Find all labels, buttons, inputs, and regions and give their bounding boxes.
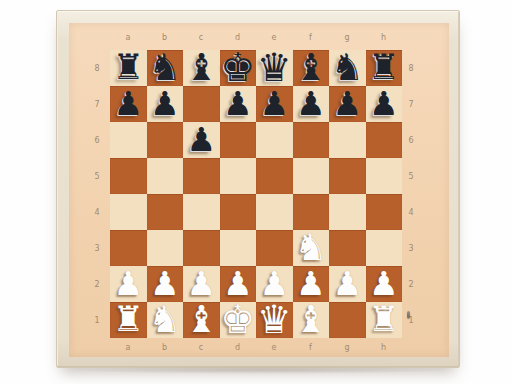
file-label-g: g: [329, 33, 366, 43]
file-label-b: b: [147, 343, 184, 353]
rank-label-7: 7: [91, 86, 103, 122]
black-rook-a8[interactable]: ♜: [113, 50, 144, 85]
square-a8[interactable]: ♜: [110, 50, 147, 86]
square-g5[interactable]: [329, 158, 366, 194]
square-a3[interactable]: [110, 230, 147, 266]
white-bishop-c1[interactable]: ♝: [185, 301, 218, 338]
square-g8[interactable]: ♞: [329, 50, 366, 86]
square-h1[interactable]: ♜: [366, 302, 403, 338]
square-d5[interactable]: [220, 158, 257, 194]
rank-label-6: 6: [91, 122, 103, 158]
rank-label-3: 3: [405, 230, 417, 266]
rank-label-5: 5: [91, 158, 103, 194]
square-f8[interactable]: ♝: [293, 50, 330, 86]
rank-labels-right: 87654321: [405, 50, 417, 338]
file-label-g: g: [329, 343, 366, 353]
black-pawn-f7[interactable]: ♟: [296, 87, 326, 120]
black-pawn-e7[interactable]: ♟: [259, 87, 289, 120]
square-e6[interactable]: [256, 122, 293, 158]
square-g3[interactable]: [329, 230, 366, 266]
white-knight-f3[interactable]: ♞: [294, 229, 327, 266]
square-a6[interactable]: [110, 122, 147, 158]
black-rook-h8[interactable]: ♜: [368, 50, 399, 85]
black-knight-g8[interactable]: ♞: [331, 49, 364, 86]
square-h3[interactable]: [366, 230, 403, 266]
white-pawn-f2[interactable]: ♟: [296, 267, 326, 300]
square-c7[interactable]: [183, 86, 220, 122]
rank-label-1: 1: [405, 302, 417, 338]
black-pawn-c6[interactable]: ♟: [186, 123, 216, 156]
white-king-d1[interactable]: ♚: [220, 300, 255, 339]
file-label-b: b: [147, 33, 184, 43]
square-f1[interactable]: ♝: [293, 302, 330, 338]
square-d3[interactable]: [220, 230, 257, 266]
rank-label-3: 3: [91, 230, 103, 266]
square-c5[interactable]: [183, 158, 220, 194]
square-a4[interactable]: [110, 194, 147, 230]
square-e3[interactable]: [256, 230, 293, 266]
rank-labels-left: 87654321: [91, 50, 103, 338]
square-g4[interactable]: [329, 194, 366, 230]
square-b5[interactable]: [147, 158, 184, 194]
black-knight-b8[interactable]: ♞: [148, 49, 181, 86]
white-rook-h1[interactable]: ♜: [368, 302, 399, 337]
file-label-d: d: [220, 33, 257, 43]
square-f5[interactable]: [293, 158, 330, 194]
board-mat: abcdefgh abcdefgh 87654321 87654321 ♜♞♝♚…: [69, 23, 449, 357]
file-label-e: e: [256, 33, 293, 43]
white-knight-b1[interactable]: ♞: [148, 301, 181, 338]
black-bishop-c8[interactable]: ♝: [185, 49, 218, 86]
square-c8[interactable]: ♝: [183, 50, 220, 86]
rank-label-5: 5: [405, 158, 417, 194]
square-d1[interactable]: ♚: [220, 302, 257, 338]
square-f3[interactable]: ♞: [293, 230, 330, 266]
square-f6[interactable]: [293, 122, 330, 158]
chess-board: ♜♞♝♚♛♝♞♜♟♟♟♟♟♟♟♟♞♟♟♟♟♟♟♟♟♜♞♝♚♛♝♜: [110, 50, 402, 338]
square-e5[interactable]: [256, 158, 293, 194]
square-c6[interactable]: ♟: [183, 122, 220, 158]
square-b3[interactable]: [147, 230, 184, 266]
square-a2[interactable]: ♟: [110, 266, 147, 302]
square-d7[interactable]: ♟: [220, 86, 257, 122]
square-a7[interactable]: ♟: [110, 86, 147, 122]
square-e7[interactable]: ♟: [256, 86, 293, 122]
white-pawn-a2[interactable]: ♟: [113, 267, 143, 300]
file-label-f: f: [293, 33, 330, 43]
drop-shadow: [70, 366, 450, 374]
square-e8[interactable]: ♛: [256, 50, 293, 86]
rank-label-4: 4: [405, 194, 417, 230]
rank-label-8: 8: [91, 50, 103, 86]
black-pawn-g7[interactable]: ♟: [332, 87, 362, 120]
square-b8[interactable]: ♞: [147, 50, 184, 86]
rank-label-6: 6: [405, 122, 417, 158]
square-c1[interactable]: ♝: [183, 302, 220, 338]
file-label-h: h: [366, 33, 403, 43]
file-label-c: c: [183, 343, 220, 353]
white-pawn-b2[interactable]: ♟: [150, 267, 180, 300]
black-pawn-a7[interactable]: ♟: [113, 87, 143, 120]
board-photo: abcdefgh abcdefgh 87654321 87654321 ♜♞♝♚…: [0, 0, 512, 384]
mounting-screw: [407, 311, 410, 318]
square-h2[interactable]: ♟: [366, 266, 403, 302]
white-pawn-d2[interactable]: ♟: [223, 267, 253, 300]
square-h5[interactable]: [366, 158, 403, 194]
white-bishop-f1[interactable]: ♝: [294, 301, 327, 338]
white-pawn-h2[interactable]: ♟: [369, 267, 399, 300]
file-label-c: c: [183, 33, 220, 43]
rank-label-4: 4: [91, 194, 103, 230]
square-e1[interactable]: ♛: [256, 302, 293, 338]
file-label-a: a: [110, 343, 147, 353]
square-d8[interactable]: ♚: [220, 50, 257, 86]
file-labels-bottom: abcdefgh: [110, 343, 402, 353]
square-h4[interactable]: [366, 194, 403, 230]
file-label-d: d: [220, 343, 257, 353]
square-g7[interactable]: ♟: [329, 86, 366, 122]
square-b4[interactable]: [147, 194, 184, 230]
square-a1[interactable]: ♜: [110, 302, 147, 338]
black-king-d8[interactable]: ♚: [220, 48, 255, 87]
black-pawn-b7[interactable]: ♟: [150, 87, 180, 120]
rank-label-7: 7: [405, 86, 417, 122]
board-frame: abcdefgh abcdefgh 87654321 87654321 ♜♞♝♚…: [56, 10, 460, 368]
file-label-f: f: [293, 343, 330, 353]
square-c4[interactable]: [183, 194, 220, 230]
square-d4[interactable]: [220, 194, 257, 230]
square-b7[interactable]: ♟: [147, 86, 184, 122]
square-e4[interactable]: [256, 194, 293, 230]
black-queen-e8[interactable]: ♛: [257, 48, 292, 87]
rank-label-8: 8: [405, 50, 417, 86]
white-queen-e1[interactable]: ♛: [257, 300, 292, 339]
rank-label-2: 2: [91, 266, 103, 302]
square-b1[interactable]: ♞: [147, 302, 184, 338]
square-d6[interactable]: [220, 122, 257, 158]
white-pawn-e2[interactable]: ♟: [259, 267, 289, 300]
file-label-a: a: [110, 33, 147, 43]
square-f7[interactable]: ♟: [293, 86, 330, 122]
rank-label-2: 2: [405, 266, 417, 302]
square-h8[interactable]: ♜: [366, 50, 403, 86]
white-pawn-g2[interactable]: ♟: [332, 267, 362, 300]
square-g1[interactable]: [329, 302, 366, 338]
square-c3[interactable]: [183, 230, 220, 266]
square-h6[interactable]: [366, 122, 403, 158]
black-pawn-h7[interactable]: ♟: [369, 87, 399, 120]
file-label-e: e: [256, 343, 293, 353]
white-pawn-c2[interactable]: ♟: [186, 267, 216, 300]
rank-label-1: 1: [91, 302, 103, 338]
square-g2[interactable]: ♟: [329, 266, 366, 302]
square-h7[interactable]: ♟: [366, 86, 403, 122]
white-rook-a1[interactable]: ♜: [113, 302, 144, 337]
black-bishop-f8[interactable]: ♝: [294, 49, 327, 86]
file-label-h: h: [366, 343, 403, 353]
square-a5[interactable]: [110, 158, 147, 194]
file-labels-top: abcdefgh: [110, 33, 402, 43]
square-g6[interactable]: [329, 122, 366, 158]
square-b6[interactable]: [147, 122, 184, 158]
black-pawn-d7[interactable]: ♟: [223, 87, 253, 120]
